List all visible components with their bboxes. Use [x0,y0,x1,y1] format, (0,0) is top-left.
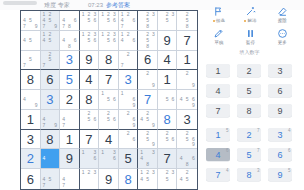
remaining-count-badge: 6 [226,149,229,154]
status-dot [213,20,215,22]
flag-icon [213,6,224,17]
candidate-grid: 1245 [41,31,59,49]
sudoku-cell[interactable]: 57 [21,51,41,71]
sudoku-cell[interactable]: 12345 [138,169,158,189]
pause-icon [245,28,256,39]
numpad-key-5[interactable]: 5 [237,84,261,97]
candidate-grid: 12467 [119,12,137,30]
difficulty-label: 难度 专家 [44,1,70,9]
sudoku-cell[interactable]: 8 [99,51,119,71]
candidate-grid: 1348 [139,150,157,168]
candidate-grid: 169 [119,91,137,109]
sudoku-cell[interactable]: 4 [99,130,119,150]
candidate-grid: 12345 [139,170,157,189]
sudoku-cell[interactable]: 124579 [41,11,61,31]
sudoku-cell[interactable]: 49 [21,90,41,110]
user-number: 2 [27,152,34,165]
button-label: 暂停 [246,40,255,45]
candidate-key-8[interactable]: 83 [237,168,261,181]
sudoku-cell[interactable]: 457 [41,169,61,189]
sudoku-cell[interactable]: 479 [41,110,61,130]
sudoku-cell[interactable]: 8 [21,70,41,90]
sudoku-cell[interactable]: 3 [119,70,139,90]
given-number: 3 [27,133,34,146]
user-number: 3 [66,53,73,66]
sudoku-cell[interactable]: 1 [158,70,178,90]
given-number: 9 [164,34,171,47]
candidate-grid: 156 [100,91,118,109]
candidate-grid: 12356 [80,31,98,49]
remaining-count-badge: 5 [226,129,229,134]
remaining-count-badge: 4 [226,169,229,174]
sudoku-cell[interactable]: 7 [158,149,178,169]
sudoku-cell[interactable]: 6 [138,51,158,71]
numpad-key-4[interactable]: 4 [206,84,230,97]
sudoku-cell[interactable]: 9 [158,31,178,51]
button-label: 候选 [216,18,225,23]
remaining-count-badge: 6 [288,149,291,154]
sudoku-cell[interactable]: 4 [80,70,100,90]
user-number: 3 [124,73,131,86]
pause-button[interactable]: 暂停 [235,28,267,48]
candidate-grid: 257 [41,51,59,69]
sudoku-cell[interactable]: 4678 [60,11,80,31]
user-number: 8 [164,113,171,126]
candidate-grid: 258 [178,12,197,30]
given-number: 4 [164,53,171,66]
given-number: 8 [46,133,53,146]
erase-button[interactable]: 擦除 [266,6,298,26]
remaining-count-badge: 5 [288,169,291,174]
given-number: 8 [85,93,92,106]
candidate-grid: 124579 [41,12,59,30]
numpad-key-2[interactable]: 2 [237,64,261,77]
sudoku-cell[interactable]: 4 [158,51,178,71]
sudoku-cell[interactable]: 12356 [80,31,100,51]
candidate-grid: 269 [119,110,137,128]
given-number: 4 [85,73,92,86]
sudoku-cell[interactable]: 269 [119,110,139,130]
candidate-grid: 47 [61,170,79,189]
candidate-key-9[interactable]: 95 [268,168,292,181]
candidate-grid: 12356 [80,12,98,30]
timer: 07:23 [88,1,103,9]
given-number: 7 [164,152,171,165]
answer-link[interactable]: 参考答案 [106,1,130,9]
notes-button[interactable]: 草稿 [203,28,235,48]
sudoku-cell[interactable]: 47 [60,169,80,189]
wand-icon [245,6,256,17]
numpad-key-8[interactable]: 8 [237,104,261,117]
sudoku-cell[interactable]: 9 [99,169,119,189]
candidate-grid: 259 [139,130,157,148]
candidate-key-2[interactable]: 27 [237,128,261,141]
button-label: 解法 [247,18,256,23]
candidate-grid: 4569 [178,91,197,109]
sudoku-cell[interactable]: 12467 [119,11,139,31]
sudoku-cell[interactable]: 156 [99,90,119,110]
candidate-grid: 235 [158,12,176,30]
candidate-grid: 1246 [119,31,137,49]
sudoku-cell[interactable]: 6 [41,70,61,90]
sudoku-cell[interactable]: 45 [21,31,41,51]
given-number: 1 [164,73,171,86]
given-number: 1 [66,133,73,146]
candidate-grid: 12356 [100,31,118,49]
candidate-key-6[interactable]: 66 [268,148,292,161]
sudoku-cell[interactable]: 3 [21,130,41,150]
numpad-section-label: 填入数字 [195,49,304,55]
candidate-grid: 12356 [100,12,118,30]
sudoku-cell[interactable]: 136 [80,149,100,169]
candidate-grid: 49 [22,91,40,109]
sudoku-cell[interactable]: 12356 [80,11,100,31]
sudoku-cell[interactable]: 136 [99,149,119,169]
sudoku-cell[interactable]: 2 [21,149,41,169]
candidate-grid: 26 [119,130,137,148]
candidate-grid: 256 [100,110,118,128]
candidate-grid: 4678 [61,12,79,30]
given-number: 3 [184,113,191,126]
sudoku-cell[interactable]: 1246 [119,31,139,51]
given-number: 7 [85,133,92,146]
sudoku-cell[interactable]: 3 [41,90,61,110]
sudoku-cell[interactable]: 7 [99,70,119,90]
sudoku-cell[interactable]: 257 [41,51,61,71]
sudoku-cell[interactable]: 9 [60,149,80,169]
more-icon [277,28,288,39]
sudoku-cell[interactable]: 8 [158,110,178,130]
sudoku-cell[interactable]: 8 [119,169,139,189]
given-number: 2 [66,93,73,106]
candidate-grid: 2358 [139,31,157,49]
sudoku-cell[interactable]: 235 [158,169,178,189]
numpad-key-3[interactable]: 3 [268,64,292,77]
button-label: 更多 [278,40,287,45]
status-dot [244,20,246,22]
sudoku-cell[interactable]: 56 [158,90,178,110]
candidate-grid: 2459 [139,110,157,128]
sudoku-cell[interactable]: 2358 [138,31,158,51]
sudoku-cell[interactable]: 123 [80,169,100,189]
remaining-count-badge: 4 [288,129,291,134]
numpad-key-6[interactable]: 6 [268,84,292,97]
candidate-grid: 468 [178,150,197,168]
candidate-grid: 4579 [22,12,40,30]
numpad-key-1[interactable]: 1 [206,64,230,77]
user-number: 3 [46,93,53,106]
sudoku-cell[interactable]: 3 [60,51,80,71]
candidate-grid: 235 [158,170,176,189]
sudoku-cell[interactable]: 26 [119,130,139,150]
given-number: 9 [66,152,73,165]
sudoku-cell[interactable]: 5 [119,149,139,169]
toolbar: 候选 解法 擦除 [203,6,298,48]
candidate-grid: 4 [41,150,59,168]
given-number: 8 [105,53,112,66]
sudoku-cell[interactable]: 4 [41,149,61,169]
given-number: 7 [105,73,112,86]
candidate-grid: 256 [158,130,176,148]
given-number: 6 [144,53,151,66]
given-number: 1 [27,113,34,126]
numpad-lower: 152734465766748395 [206,128,292,181]
sudoku-board: 4579124579467812356123561246723582352584… [20,10,198,190]
sudoku-cell[interactable]: 2 [60,90,80,110]
sudoku-cell[interactable]: 9 [80,51,100,71]
given-number: 5 [124,152,131,165]
sudoku-cell[interactable]: 4579 [21,11,41,31]
sudoku-cell[interactable]: 12356 [99,11,119,31]
candidate-grid: 45 [22,31,40,49]
sudoku-cell[interactable]: 2459 [138,110,158,130]
candidate-grid: 47 [61,110,79,128]
eraser-icon [277,6,288,17]
candidate-grid: 457 [41,170,59,189]
sudoku-cell[interactable]: 256 [158,130,178,150]
button-label: 草稿 [214,40,223,45]
sudoku-cell[interactable]: 12356 [99,31,119,51]
candidate-grid: 245 [178,170,197,189]
sudoku-cell[interactable]: 5 [60,70,80,90]
candidate-key-1[interactable]: 15 [206,128,230,141]
candidate-grid: 136 [100,150,118,168]
candidate-grid: 29 [178,71,197,89]
sudoku-cell[interactable]: 235 [158,11,178,31]
given-number: 8 [27,73,34,86]
candidate-key-3[interactable]: 34 [268,128,292,141]
sudoku-cell[interactable]: 256 [80,110,100,130]
sudoku-cell[interactable]: 169 [119,90,139,110]
given-number: 6 [27,173,34,186]
user-number: 5 [66,73,73,86]
sudoku-cell[interactable]: 1245 [41,31,61,51]
candidates-toggle-button[interactable]: 候选 [203,6,235,26]
sudoku-cell[interactable]: 7 [138,90,158,110]
window-pill [3,1,37,5]
remaining-count-badge: 3 [257,169,260,174]
candidate-grid: 123 [80,170,98,189]
pencil-icon [213,28,224,39]
sudoku-cell[interactable]: 29 [138,70,158,90]
candidate-grid: 56 [158,91,176,109]
given-number: 9 [105,173,112,186]
given-number: 4 [105,133,112,146]
sudoku-cell[interactable]: 8 [80,90,100,110]
given-number: 7 [184,34,191,47]
candidate-grid: 29 [139,71,157,89]
more-button[interactable]: 更多 [266,28,298,48]
sudoku-cell[interactable]: 47 [60,110,80,130]
sudoku-cell[interactable]: 7 [80,130,100,150]
candidate-grid: 27 [119,51,137,69]
user-number: 7 [144,93,151,106]
side-panel: 候选 解法 擦除 [195,0,304,190]
candidate-key-5[interactable]: 57 [237,148,261,161]
sudoku-cell[interactable]: 256 [99,110,119,130]
candidate-grid: 2358 [139,12,157,30]
remaining-count-badge: 7 [257,129,260,134]
candidate-key-4[interactable]: 46 [206,148,230,161]
given-number: 6 [46,73,53,86]
button-label: 擦除 [278,18,287,23]
sudoku-cell[interactable]: 1 [60,130,80,150]
numpad-key-9[interactable]: 9 [268,104,292,117]
candidate-grid: 468 [61,31,79,49]
candidate-grid: 479 [41,110,59,128]
candidate-grid: 2569 [178,130,197,148]
numpad-upper: 123456789 [206,64,292,117]
sudoku-cell[interactable]: 2358 [138,11,158,31]
user-number: 8 [124,173,131,186]
sudoku-cell[interactable]: 8 [41,130,61,150]
sudoku-cell[interactable]: 27 [119,51,139,71]
sudoku-cell[interactable]: 6 [21,169,41,189]
candidate-grid: 57 [22,51,40,69]
given-number: 1 [184,53,191,66]
candidate-key-7[interactable]: 74 [206,168,230,181]
remaining-count-badge: 7 [257,149,260,154]
sudoku-cell[interactable]: 1348 [138,149,158,169]
candidate-grid: 136 [80,150,98,168]
technique-button[interactable]: 解法 [235,6,267,26]
sudoku-cell[interactable]: 468 [60,31,80,51]
sudoku-cell[interactable]: 1 [21,110,41,130]
sudoku-cell[interactable]: 259 [138,130,158,150]
candidate-grid: 256 [80,110,98,128]
given-number: 9 [85,53,92,66]
numpad-key-7[interactable]: 7 [206,104,230,117]
